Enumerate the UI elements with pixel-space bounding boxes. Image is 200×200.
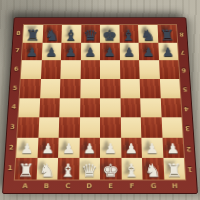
piece-black-knight[interactable]: ♞	[44, 28, 60, 43]
square-d5[interactable]	[80, 79, 100, 98]
square-a2[interactable]: ♟	[16, 138, 38, 159]
square-b8[interactable]: ♞	[42, 25, 62, 43]
square-e6[interactable]	[100, 60, 120, 78]
square-d2[interactable]: ♟	[79, 138, 100, 159]
square-e2[interactable]: ♟	[100, 138, 121, 159]
square-c6[interactable]	[60, 60, 80, 78]
piece-black-bishop[interactable]: ♝	[121, 28, 137, 43]
piece-black-pawn[interactable]: ♟	[142, 47, 155, 59]
square-e1[interactable]: ♚	[100, 158, 121, 179]
rank-label-right-8: 8	[176, 25, 187, 43]
piece-white-knight[interactable]: ♞	[144, 162, 161, 180]
square-d6[interactable]	[80, 60, 100, 78]
square-c1[interactable]: ♝	[57, 158, 79, 179]
file-label-e: E	[100, 180, 121, 193]
frame-top-padding	[14, 18, 186, 25]
square-g1[interactable]: ♞	[142, 158, 164, 179]
piece-white-knight[interactable]: ♞	[38, 162, 55, 180]
piece-black-pawn[interactable]: ♟	[162, 47, 175, 59]
rank-label-right-1: 1	[184, 158, 196, 179]
piece-black-king[interactable]: ♚	[102, 28, 117, 43]
square-g4[interactable]	[140, 98, 161, 118]
board-grid: 8♜♞♝♛♚♝♞♜87♟♟♟♟♟♟♟♟7665544332♟♟♟♟♟♟♟♟21♜…	[3, 18, 197, 193]
square-h4[interactable]	[160, 98, 181, 118]
frame-corner-bottom-left	[3, 180, 15, 193]
piece-black-knight[interactable]: ♞	[140, 28, 156, 43]
square-g2[interactable]: ♟	[141, 138, 163, 159]
piece-white-rook[interactable]: ♜	[17, 162, 35, 180]
piece-white-pawn[interactable]: ♟	[62, 143, 75, 157]
square-c8[interactable]: ♝	[61, 25, 81, 43]
file-label-h: H	[164, 180, 186, 193]
square-a8[interactable]: ♜	[23, 25, 43, 43]
rank-label-right-3: 3	[182, 117, 194, 137]
square-b7[interactable]: ♟	[41, 42, 61, 60]
square-d1[interactable]: ♛	[79, 158, 100, 179]
file-label-b: B	[36, 180, 58, 193]
square-f5[interactable]	[120, 79, 140, 98]
square-f2[interactable]: ♟	[121, 138, 142, 159]
piece-black-rook[interactable]: ♜	[159, 28, 175, 43]
square-a4[interactable]	[18, 98, 39, 118]
rank-label-right-6: 6	[178, 60, 189, 78]
square-c4[interactable]	[59, 98, 80, 118]
square-h5[interactable]	[159, 79, 180, 98]
square-d7[interactable]: ♟	[80, 42, 100, 60]
square-h2[interactable]: ♟	[162, 138, 184, 159]
piece-white-pawn[interactable]: ♟	[41, 143, 55, 157]
square-f8[interactable]: ♝	[119, 25, 139, 43]
square-h3[interactable]	[161, 117, 183, 137]
piece-white-pawn[interactable]: ♟	[83, 143, 96, 157]
square-d3[interactable]	[79, 117, 100, 137]
square-b2[interactable]: ♟	[37, 138, 59, 159]
square-b4[interactable]	[39, 98, 60, 118]
square-h8[interactable]: ♜	[157, 25, 177, 43]
square-h7[interactable]: ♟	[158, 42, 178, 60]
piece-white-pawn[interactable]: ♟	[145, 143, 159, 157]
piece-black-queen[interactable]: ♛	[83, 28, 98, 43]
rank-label-right-5: 5	[179, 79, 190, 98]
square-a7[interactable]: ♟	[22, 42, 42, 60]
square-f1[interactable]: ♝	[121, 158, 143, 179]
square-c2[interactable]: ♟	[58, 138, 79, 159]
file-label-f: F	[121, 180, 143, 193]
square-g3[interactable]	[141, 117, 162, 137]
square-e5[interactable]	[100, 79, 120, 98]
piece-white-pawn[interactable]: ♟	[125, 143, 138, 157]
piece-black-pawn[interactable]: ♟	[123, 47, 135, 59]
square-b1[interactable]: ♞	[36, 158, 58, 179]
square-h6[interactable]	[159, 60, 180, 78]
piece-white-bishop[interactable]: ♝	[60, 162, 77, 180]
square-g8[interactable]: ♞	[138, 25, 158, 43]
square-c3[interactable]	[59, 117, 80, 137]
square-g6[interactable]	[139, 60, 159, 78]
frame-corner-bottom-right	[185, 180, 197, 193]
square-b3[interactable]	[38, 117, 59, 137]
file-label-g: G	[143, 180, 165, 193]
square-a6[interactable]	[21, 60, 42, 78]
square-f7[interactable]: ♟	[119, 42, 139, 60]
file-label-c: C	[57, 180, 79, 193]
piece-white-king[interactable]: ♚	[102, 162, 119, 180]
piece-white-bishop[interactable]: ♝	[123, 162, 140, 180]
piece-black-pawn[interactable]: ♟	[104, 47, 116, 59]
piece-black-pawn[interactable]: ♟	[84, 47, 96, 59]
square-e7[interactable]: ♟	[100, 42, 120, 60]
square-a3[interactable]	[17, 117, 39, 137]
file-label-a: A	[14, 180, 36, 193]
square-d4[interactable]	[80, 98, 100, 118]
square-h1[interactable]: ♜	[163, 158, 185, 179]
square-e4[interactable]	[100, 98, 120, 118]
square-e8[interactable]: ♚	[100, 25, 119, 43]
square-a5[interactable]	[20, 79, 41, 98]
piece-black-bishop[interactable]: ♝	[63, 28, 79, 43]
piece-black-pawn[interactable]: ♟	[26, 47, 39, 59]
piece-white-pawn[interactable]: ♟	[104, 143, 117, 157]
square-f6[interactable]	[120, 60, 140, 78]
table-background: 8♜♞♝♛♚♝♞♜87♟♟♟♟♟♟♟♟7665544332♟♟♟♟♟♟♟♟21♜…	[0, 0, 200, 200]
piece-white-pawn[interactable]: ♟	[20, 143, 34, 157]
square-f4[interactable]	[120, 98, 141, 118]
square-f3[interactable]	[120, 117, 141, 137]
rank-label-right-7: 7	[177, 42, 188, 60]
piece-black-pawn[interactable]: ♟	[65, 47, 77, 59]
square-g5[interactable]	[140, 79, 161, 98]
piece-white-pawn[interactable]: ♟	[166, 143, 180, 157]
square-a1[interactable]: ♜	[15, 158, 37, 179]
square-d8[interactable]: ♛	[81, 25, 100, 43]
chess-board: 8♜♞♝♛♚♝♞♜87♟♟♟♟♟♟♟♟7665544332♟♟♟♟♟♟♟♟21♜…	[2, 17, 198, 194]
rank-label-right-4: 4	[180, 98, 192, 118]
piece-black-rook[interactable]: ♜	[25, 28, 41, 43]
square-e3[interactable]	[100, 117, 121, 137]
piece-white-rook[interactable]: ♜	[165, 162, 183, 180]
piece-black-pawn[interactable]: ♟	[45, 47, 58, 59]
square-c5[interactable]	[60, 79, 80, 98]
square-b5[interactable]	[40, 79, 61, 98]
rank-label-right-2: 2	[183, 138, 195, 159]
file-label-d: D	[79, 180, 100, 193]
square-b6[interactable]	[41, 60, 61, 78]
square-c7[interactable]: ♟	[61, 42, 81, 60]
piece-white-queen[interactable]: ♛	[81, 162, 98, 180]
square-g7[interactable]: ♟	[139, 42, 159, 60]
